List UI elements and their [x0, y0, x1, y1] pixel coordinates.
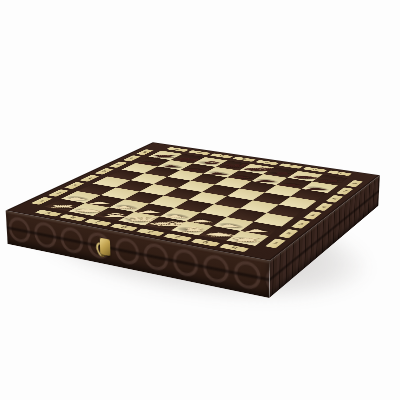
piece-white-pawn-d2[interactable]: ♟ [133, 210, 163, 214]
piece-shadow [162, 212, 192, 220]
piece-black-rook-h8[interactable]: ♜ [311, 179, 339, 183]
square-f4[interactable] [214, 196, 253, 208]
piece-white-rook-h1[interactable]: ♜ [226, 238, 258, 243]
piece-white-pawn-f2[interactable]: ♟ [185, 219, 215, 223]
rank-label-2: 2 [278, 229, 299, 239]
square-e4[interactable] [189, 192, 227, 204]
rank-label-1: 1 [265, 238, 286, 248]
square-g3[interactable] [227, 208, 267, 221]
file-label-h: H [219, 244, 249, 252]
piece-shadow [121, 216, 151, 224]
square-f3[interactable] [200, 204, 240, 217]
square-g4[interactable] [240, 200, 279, 213]
square-c1[interactable]: ♝ [93, 207, 134, 220]
file-label-c: C [84, 219, 112, 226]
piece-black-pawn-h7[interactable]: ♟ [300, 187, 329, 190]
rank-label-3: 3 [291, 220, 311, 229]
piece-white-pawn-e2[interactable]: ♟ [159, 215, 189, 219]
piece-shadow [215, 222, 245, 230]
square-f2[interactable]: ♟ [186, 212, 227, 226]
piece-shadow [201, 231, 232, 240]
piece-white-pawn-h2[interactable]: ♟ [240, 229, 272, 233]
piece-white-king-e1[interactable]: ♚ [143, 221, 174, 227]
square-f1[interactable]: ♝ [171, 221, 213, 235]
piece-shadow [137, 208, 166, 216]
piece-white-pawn-c2[interactable]: ♟ [108, 206, 138, 209]
piece-shadow [96, 212, 126, 220]
piece-shadow [243, 226, 274, 235]
piece-black-pawn-e7[interactable]: ♟ [226, 176, 253, 179]
piece-black-pawn-f7[interactable]: ♟ [251, 180, 279, 183]
square-e3[interactable] [175, 200, 214, 213]
piece-white-pawn-g2[interactable]: ♟ [212, 224, 243, 228]
chess-board: ABCDEFGH ABCDEFGH 87654321 87654321 ♜♞♝♛… [6, 142, 380, 260]
piece-white-queen-d1[interactable]: ♛ [117, 216, 148, 222]
piece-white-rook-a1[interactable]: ♜ [43, 204, 74, 208]
square-d2[interactable]: ♟ [134, 204, 174, 217]
piece-white-pawn-a2[interactable]: ♟ [60, 197, 90, 200]
square-e1[interactable]: ♚ [145, 216, 187, 230]
piece-black-pawn-g7[interactable]: ♟ [275, 183, 303, 186]
square-g5[interactable] [253, 192, 291, 204]
file-label-d: D [110, 224, 138, 232]
perspective-container: ABCDEFGH ABCDEFGH 87654321 87654321 ♜♞♝♛… [0, 0, 400, 400]
square-e2[interactable]: ♟ [160, 208, 200, 221]
file-label-f: F [163, 233, 192, 241]
piece-white-pawn-b2[interactable]: ♟ [84, 201, 114, 204]
square-d1[interactable]: ♛ [119, 212, 160, 226]
square-c3[interactable] [125, 192, 164, 204]
rank-label-5: 5 [314, 203, 333, 211]
file-label-e: E [136, 228, 165, 236]
rank-label-4: 4 [303, 211, 322, 220]
piece-shadow [189, 217, 219, 225]
square-d3[interactable] [149, 196, 188, 208]
brass-clasp-icon [98, 237, 112, 258]
square-g2[interactable]: ♟ [213, 217, 254, 231]
product-photo: ABCDEFGH ABCDEFGH 87654321 87654321 ♜♞♝♛… [0, 0, 400, 400]
file-label-g: G [191, 239, 221, 247]
rank-label-6: 6 [325, 195, 343, 203]
